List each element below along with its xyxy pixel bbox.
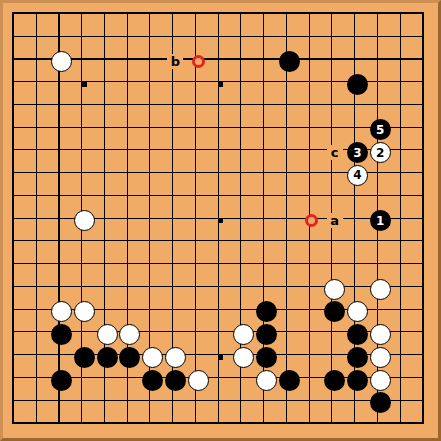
white-stone: [256, 370, 277, 391]
star-point: [82, 82, 87, 87]
black-stone: [51, 370, 72, 391]
black-stone: [279, 51, 300, 72]
white-stone: [370, 370, 391, 391]
move-number-2: 2: [370, 142, 391, 163]
black-stone: [347, 74, 368, 95]
black-stone: [165, 370, 186, 391]
black-stone: [347, 347, 368, 368]
black-stone: [74, 347, 95, 368]
star-point: [218, 355, 223, 360]
white-stone: [324, 279, 345, 300]
black-stone: [324, 370, 345, 391]
white-stone: [370, 324, 391, 345]
black-stone: [370, 392, 391, 413]
star-point: [218, 218, 223, 223]
white-stone: [188, 370, 209, 391]
white-stone: [142, 347, 163, 368]
black-stone: [142, 370, 163, 391]
point-label-b: b: [167, 54, 183, 69]
black-stone: [347, 370, 368, 391]
point-label-a: a: [327, 213, 343, 228]
black-stone: [279, 370, 300, 391]
marked-point-icon: [192, 55, 205, 68]
white-stone: [233, 347, 254, 368]
move-number-1: 1: [370, 210, 391, 231]
point-label-c: c: [327, 145, 343, 160]
black-stone: [256, 324, 277, 345]
move-number-5: 5: [370, 119, 391, 140]
white-stone: [97, 324, 118, 345]
move-number-3: 3: [347, 142, 368, 163]
black-stone: [97, 347, 118, 368]
star-point: [218, 82, 223, 87]
black-stone: [347, 324, 368, 345]
black-stone: [256, 347, 277, 368]
move-number-4: 4: [347, 165, 368, 186]
white-stone: [370, 279, 391, 300]
go-diagram: 12345bca: [0, 0, 441, 441]
white-stone: [165, 347, 186, 368]
go-board: 12345bca: [0, 0, 441, 441]
white-stone: [370, 347, 391, 368]
